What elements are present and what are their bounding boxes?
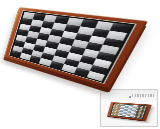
square: ♜	[138, 117, 143, 119]
inset-board-wood-frame: ♜♟♟♜♞♟♟♞♝♟♟♝♛♟♟♛♚♟♟♚♝♟♟♝♞♟♟♞♜♟♟♜	[107, 102, 152, 121]
inset-chess-board: ♜♟♟♜♞♟♟♞♝♟♟♝♛♟♟♛♚♟♟♚♝♟♟♝♞♟♟♞♜♟♟♜	[107, 102, 152, 121]
inset-watermark	[132, 94, 155, 97]
product-photo: ♜♟♟♜♞♟♟♞♝♟♟♝♛♟♟♛♚♟♟♚♝♟♟♝♞♟♟♞♜♟♟♜	[0, 0, 160, 129]
black-rook: ♜	[137, 115, 143, 120]
main-chess-board	[4, 7, 148, 89]
board-wood-frame	[4, 7, 148, 89]
inset-board-grid: ♜♟♟♜♞♟♟♞♝♟♟♝♛♟♟♛♚♟♟♚♝♟♟♝♞♟♟♞♜♟♟♜	[110, 103, 148, 119]
main-board-grid	[9, 11, 135, 83]
inset-thumbnail[interactable]: ♜♟♟♜♞♟♟♞♝♟♟♝♛♟♟♛♚♟♟♚♝♟♟♝♞♟♟♞♜♟♟♜	[100, 89, 158, 127]
inset-watermark-mark	[129, 96, 131, 98]
